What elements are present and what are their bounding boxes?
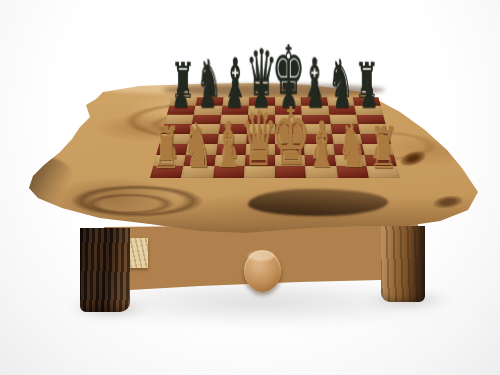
- square-h1[interactable]: ♜: [366, 166, 400, 178]
- white-knight-b1[interactable]: ♞: [182, 115, 212, 177]
- square-g1[interactable]: ♞: [336, 166, 369, 178]
- white-bishop-f1[interactable]: ♝: [306, 113, 337, 177]
- white-bishop-c1[interactable]: ♝: [213, 113, 244, 177]
- bark-patch: [248, 189, 388, 216]
- board-perspective-wrap: ♜♞♝♛♚♝♞♜♟♟♟♟♟♟♟♟♟♟♟♟♟♟♟♟♜♞♝♛♚♝♞♜: [150, 0, 400, 178]
- white-rook-h1[interactable]: ♜: [370, 119, 399, 177]
- chess-board[interactable]: ♜♞♝♛♚♝♞♜♟♟♟♟♟♟♟♟♟♟♟♟♟♟♟♟♜♞♝♛♚♝♞♜: [150, 97, 400, 178]
- right-wood-leg: [381, 226, 425, 302]
- bark-patch: [26, 158, 76, 210]
- white-king-e1[interactable]: ♚: [271, 97, 310, 177]
- white-rook-a1[interactable]: ♜: [152, 119, 181, 177]
- square-a1[interactable]: ♜: [150, 166, 184, 178]
- square-f1[interactable]: ♝: [305, 166, 337, 178]
- square-e1[interactable]: ♚: [275, 166, 306, 178]
- drawer-knob[interactable]: [244, 250, 281, 292]
- square-b1[interactable]: ♞: [181, 166, 214, 178]
- chess-table-scene: ♜♞♝♛♚♝♞♜♟♟♟♟♟♟♟♟♟♟♟♟♟♟♟♟♜♞♝♛♚♝♞♜: [0, 0, 500, 375]
- white-knight-g1[interactable]: ♞: [338, 115, 368, 177]
- left-bark-leg: [80, 228, 130, 312]
- knob-highlight: [248, 251, 274, 261]
